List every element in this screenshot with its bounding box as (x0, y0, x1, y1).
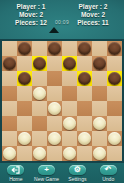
board-square[interactable] (77, 116, 92, 131)
dark-piece[interactable] (78, 72, 91, 85)
board-square[interactable] (62, 146, 77, 161)
undo-button-label: Undo (102, 176, 114, 182)
board-square[interactable] (62, 116, 77, 131)
board-square[interactable] (17, 101, 32, 116)
board-square[interactable] (32, 41, 47, 56)
board-square[interactable] (47, 86, 62, 101)
turn-indicator-triangle (49, 27, 59, 33)
home-button-label: Home (9, 176, 22, 182)
new-game-button-label: New Game (34, 176, 59, 182)
light-piece[interactable] (33, 87, 46, 100)
board-square[interactable] (92, 131, 107, 146)
board-square[interactable] (107, 131, 122, 146)
board-square[interactable] (92, 86, 107, 101)
board-square[interactable] (62, 71, 77, 86)
board-square[interactable] (107, 86, 122, 101)
board-square[interactable] (77, 101, 92, 116)
board-square[interactable] (92, 116, 107, 131)
board-square[interactable] (62, 86, 77, 101)
board-square[interactable] (62, 101, 77, 116)
board-square[interactable] (17, 56, 32, 71)
player1-title: Player : 1 (2, 3, 60, 11)
light-piece[interactable] (3, 147, 16, 160)
dark-piece[interactable] (33, 57, 46, 70)
board-square[interactable] (92, 146, 107, 161)
board-square[interactable] (62, 131, 77, 146)
home-button-face[interactable] (7, 165, 24, 175)
board-square[interactable] (17, 146, 32, 161)
board-square[interactable] (47, 131, 62, 146)
board-square[interactable] (17, 71, 32, 86)
dark-piece[interactable] (3, 57, 16, 70)
board-square[interactable] (107, 41, 122, 56)
board-square[interactable] (47, 146, 62, 161)
settings-button[interactable]: ⚙ Settings (62, 165, 92, 182)
board-square[interactable] (17, 131, 32, 146)
board-square[interactable] (77, 71, 92, 86)
light-piece[interactable] (78, 132, 91, 145)
undo-icon: ↶ (105, 166, 112, 174)
light-piece[interactable] (48, 102, 61, 115)
board-square[interactable] (92, 71, 107, 86)
new-game-button-face[interactable]: + (38, 165, 55, 175)
board-square[interactable] (107, 101, 122, 116)
board-square[interactable] (47, 41, 62, 56)
board-square[interactable] (32, 101, 47, 116)
board-square[interactable] (17, 86, 32, 101)
player1-move: Move: 2 (2, 11, 60, 19)
home-button[interactable]: Home (1, 165, 31, 182)
board-square[interactable] (2, 101, 17, 116)
light-piece[interactable] (108, 132, 121, 145)
board-square[interactable] (32, 86, 47, 101)
board-square[interactable] (77, 86, 92, 101)
dark-piece[interactable] (48, 42, 61, 55)
board-square[interactable] (32, 56, 47, 71)
board-square[interactable] (32, 146, 47, 161)
board-square[interactable] (2, 116, 17, 131)
plus-icon: + (44, 166, 49, 174)
board-square[interactable] (107, 56, 122, 71)
dark-piece[interactable] (108, 72, 121, 85)
board-square[interactable] (77, 131, 92, 146)
light-piece[interactable] (93, 147, 106, 160)
board-frame (0, 39, 124, 163)
player2-title: Player : 2 (64, 3, 122, 11)
board-square[interactable] (62, 56, 77, 71)
light-piece[interactable] (33, 147, 46, 160)
board-square[interactable] (107, 146, 122, 161)
board-square[interactable] (2, 86, 17, 101)
board-square[interactable] (32, 131, 47, 146)
board-square[interactable] (2, 131, 17, 146)
light-piece[interactable] (63, 117, 76, 130)
board-square[interactable] (32, 71, 47, 86)
gear-icon: ⚙ (74, 166, 81, 174)
dark-piece[interactable] (63, 57, 76, 70)
settings-button-face[interactable]: ⚙ (69, 165, 86, 175)
player2-move: Move: 2 (64, 11, 122, 19)
light-piece[interactable] (18, 132, 31, 145)
dark-piece[interactable] (108, 42, 121, 55)
board-square[interactable] (47, 56, 62, 71)
board-square[interactable] (107, 71, 122, 86)
board-square[interactable] (77, 56, 92, 71)
board-square[interactable] (2, 41, 17, 56)
board-square[interactable] (47, 116, 62, 131)
board-square[interactable] (2, 146, 17, 161)
light-piece[interactable] (93, 117, 106, 130)
undo-button[interactable]: ↶ Undo (93, 165, 123, 182)
board-square[interactable] (17, 116, 32, 131)
board-square[interactable] (62, 41, 77, 56)
settings-button-label: Settings (68, 176, 86, 182)
board-square[interactable] (2, 71, 17, 86)
dark-piece[interactable] (78, 42, 91, 55)
undo-button-face[interactable]: ↶ (100, 165, 117, 175)
board-square[interactable] (17, 41, 32, 56)
game-timer: 00:09 (47, 19, 77, 25)
board-square[interactable] (47, 101, 62, 116)
exit-home-icon (11, 166, 20, 174)
header: Player : 1 Move: 2 Pieces: 12 Player : 2… (0, 0, 124, 39)
board-square[interactable] (47, 71, 62, 86)
board (2, 41, 122, 161)
board-square[interactable] (107, 116, 122, 131)
dark-piece[interactable] (18, 42, 31, 55)
board-square[interactable] (2, 56, 17, 71)
board-square[interactable] (92, 101, 107, 116)
light-piece[interactable] (48, 132, 61, 145)
board-square[interactable] (77, 146, 92, 161)
board-square[interactable] (92, 56, 107, 71)
dark-piece[interactable] (93, 57, 106, 70)
light-piece[interactable] (63, 147, 76, 160)
toolbar: Home + New Game ⚙ Settings ↶ Undo (0, 163, 124, 183)
board-square[interactable] (92, 41, 107, 56)
board-square[interactable] (77, 41, 92, 56)
board-square[interactable] (32, 116, 47, 131)
checkers-app: Player : 1 Move: 2 Pieces: 12 Player : 2… (0, 0, 124, 183)
new-game-button[interactable]: + New Game (32, 165, 62, 182)
dark-piece[interactable] (18, 72, 31, 85)
